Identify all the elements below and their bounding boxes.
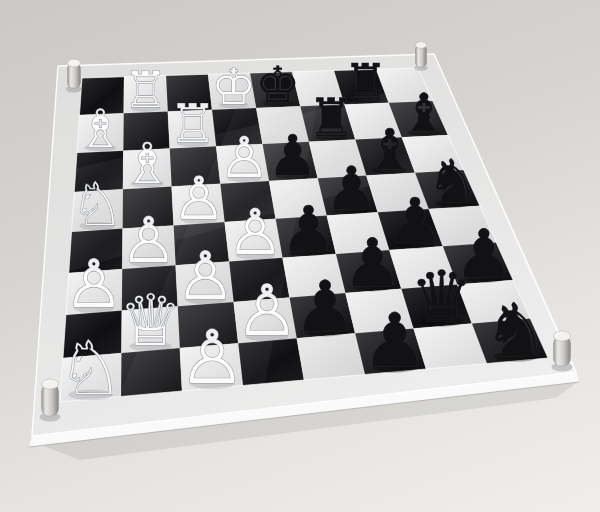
piece-wN-a5[interactable]: ♘ [70, 170, 123, 239]
piece-bK-e8[interactable]: ♚ [255, 56, 299, 114]
piece-wB-b6[interactable]: ♗ [122, 131, 172, 196]
piece-bP-e6[interactable]: ♟ [268, 123, 318, 188]
piece-bN-h1[interactable]: ♞ [483, 287, 549, 373]
piece-wP-d6[interactable]: ♙ [219, 125, 269, 190]
standoff-post [66, 59, 82, 92]
piece-bP-f1[interactable]: ♟ [361, 297, 427, 383]
piece-bP-e4[interactable]: ♟ [280, 192, 337, 266]
piece-bP-e2[interactable]: ♟ [294, 266, 357, 348]
piece-wR-b8[interactable]: ♖ [123, 61, 167, 119]
piece-wP-b4[interactable]: ♙ [121, 203, 178, 277]
piece-wP-c1[interactable]: ♙ [179, 314, 245, 400]
piece-wR-c7[interactable]: ♖ [169, 93, 216, 154]
piece-wP-c3[interactable]: ♙ [176, 237, 236, 315]
piece-wP-c5[interactable]: ♙ [172, 164, 225, 233]
scene-backdrop: ♖♔♚♜♗♖♜♝♗♙♟♝♘♙♟♞♙♙♟♟♙♙♟♟♕♙♟♛♘♙♟♞ [0, 0, 600, 512]
piece-wN-a1[interactable]: ♘ [57, 325, 123, 411]
chess-board[interactable]: ♖♔♚♜♗♖♜♝♗♙♟♝♘♙♟♞♙♙♟♟♙♙♟♟♕♙♟♛♘♙♟♞ [0, 0, 600, 512]
standoff-post [39, 379, 60, 422]
piece-wQ-b2[interactable]: ♕ [119, 280, 182, 362]
standoff-post [414, 42, 428, 71]
piece-wP-a3[interactable]: ♙ [64, 245, 124, 323]
standoff-post [551, 331, 572, 372]
piece-wB-a7[interactable]: ♗ [77, 98, 124, 159]
piece-wP-d4[interactable]: ♙ [227, 195, 284, 269]
piece-wK-d8[interactable]: ♔ [211, 58, 255, 116]
